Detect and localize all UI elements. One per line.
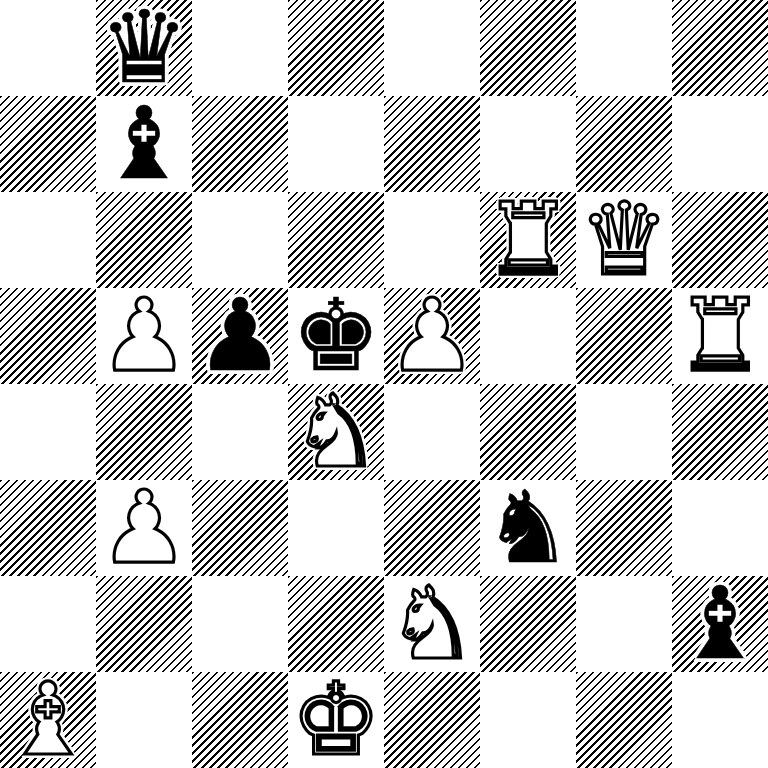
square-g2[interactable] bbox=[576, 576, 672, 672]
square-h8[interactable] bbox=[672, 0, 768, 96]
square-h7[interactable] bbox=[672, 96, 768, 192]
square-a4[interactable] bbox=[0, 384, 96, 480]
square-a8[interactable] bbox=[0, 0, 96, 96]
square-a7[interactable] bbox=[0, 96, 96, 192]
square-c7[interactable] bbox=[192, 96, 288, 192]
square-d5[interactable]: ♚ bbox=[288, 288, 384, 384]
square-a3[interactable] bbox=[0, 480, 96, 576]
square-g6[interactable]: ♛ bbox=[576, 192, 672, 288]
square-d7[interactable] bbox=[288, 96, 384, 192]
square-f2[interactable] bbox=[480, 576, 576, 672]
square-e1[interactable] bbox=[384, 672, 480, 768]
square-h1[interactable] bbox=[672, 672, 768, 768]
square-g4[interactable] bbox=[576, 384, 672, 480]
square-h2[interactable]: ♝ bbox=[672, 576, 768, 672]
square-d4[interactable]: ♞ bbox=[288, 384, 384, 480]
square-e4[interactable] bbox=[384, 384, 480, 480]
square-a5[interactable] bbox=[0, 288, 96, 384]
piece-white-knight[interactable]: ♞ bbox=[291, 384, 381, 480]
piece-white-pawn[interactable]: ♟ bbox=[387, 288, 477, 384]
square-e5[interactable]: ♟ bbox=[384, 288, 480, 384]
square-c8[interactable] bbox=[192, 0, 288, 96]
piece-black-pawn[interactable]: ♟ bbox=[195, 288, 285, 384]
square-b3[interactable]: ♟ bbox=[96, 480, 192, 576]
square-a6[interactable] bbox=[0, 192, 96, 288]
square-f8[interactable] bbox=[480, 0, 576, 96]
square-b7[interactable]: ♝ bbox=[96, 96, 192, 192]
square-b2[interactable] bbox=[96, 576, 192, 672]
piece-white-king[interactable]: ♚ bbox=[291, 672, 381, 768]
piece-white-knight[interactable]: ♞ bbox=[387, 576, 477, 672]
square-b5[interactable]: ♟ bbox=[96, 288, 192, 384]
square-e3[interactable] bbox=[384, 480, 480, 576]
square-d8[interactable] bbox=[288, 0, 384, 96]
square-g7[interactable] bbox=[576, 96, 672, 192]
square-f6[interactable]: ♜ bbox=[480, 192, 576, 288]
square-b6[interactable] bbox=[96, 192, 192, 288]
square-c5[interactable]: ♟ bbox=[192, 288, 288, 384]
square-e8[interactable] bbox=[384, 0, 480, 96]
square-a1[interactable]: ♝ bbox=[0, 672, 96, 768]
square-d3[interactable] bbox=[288, 480, 384, 576]
square-d2[interactable] bbox=[288, 576, 384, 672]
square-h3[interactable] bbox=[672, 480, 768, 576]
piece-white-queen[interactable]: ♛ bbox=[579, 192, 669, 288]
square-c2[interactable] bbox=[192, 576, 288, 672]
square-d6[interactable] bbox=[288, 192, 384, 288]
piece-black-knight[interactable]: ♞ bbox=[483, 480, 573, 576]
square-b1[interactable] bbox=[96, 672, 192, 768]
square-b4[interactable] bbox=[96, 384, 192, 480]
square-f3[interactable]: ♞ bbox=[480, 480, 576, 576]
square-f5[interactable] bbox=[480, 288, 576, 384]
square-b8[interactable]: ♛ bbox=[96, 0, 192, 96]
piece-white-rook[interactable]: ♜ bbox=[675, 288, 765, 384]
square-h4[interactable] bbox=[672, 384, 768, 480]
square-g1[interactable] bbox=[576, 672, 672, 768]
square-e2[interactable]: ♞ bbox=[384, 576, 480, 672]
square-h5[interactable]: ♜ bbox=[672, 288, 768, 384]
square-g8[interactable] bbox=[576, 0, 672, 96]
piece-black-bishop[interactable]: ♝ bbox=[675, 576, 765, 672]
square-g5[interactable] bbox=[576, 288, 672, 384]
square-f7[interactable] bbox=[480, 96, 576, 192]
square-c1[interactable] bbox=[192, 672, 288, 768]
square-e6[interactable] bbox=[384, 192, 480, 288]
square-h6[interactable] bbox=[672, 192, 768, 288]
piece-white-bishop[interactable]: ♝ bbox=[3, 672, 93, 768]
piece-white-rook[interactable]: ♜ bbox=[483, 192, 573, 288]
square-a2[interactable] bbox=[0, 576, 96, 672]
square-e7[interactable] bbox=[384, 96, 480, 192]
square-f1[interactable] bbox=[480, 672, 576, 768]
square-c4[interactable] bbox=[192, 384, 288, 480]
piece-white-pawn[interactable]: ♟ bbox=[99, 480, 189, 576]
square-g3[interactable] bbox=[576, 480, 672, 576]
piece-black-king[interactable]: ♚ bbox=[291, 288, 381, 384]
square-c3[interactable] bbox=[192, 480, 288, 576]
square-d1[interactable]: ♚ bbox=[288, 672, 384, 768]
square-c6[interactable] bbox=[192, 192, 288, 288]
piece-black-bishop[interactable]: ♝ bbox=[99, 96, 189, 192]
square-f4[interactable] bbox=[480, 384, 576, 480]
piece-white-pawn[interactable]: ♟ bbox=[99, 288, 189, 384]
chess-board: ♛♝♜♛♟♟♚♟♜♞♟♞♞♝♝♚ bbox=[0, 0, 768, 768]
piece-black-queen[interactable]: ♛ bbox=[99, 0, 189, 96]
